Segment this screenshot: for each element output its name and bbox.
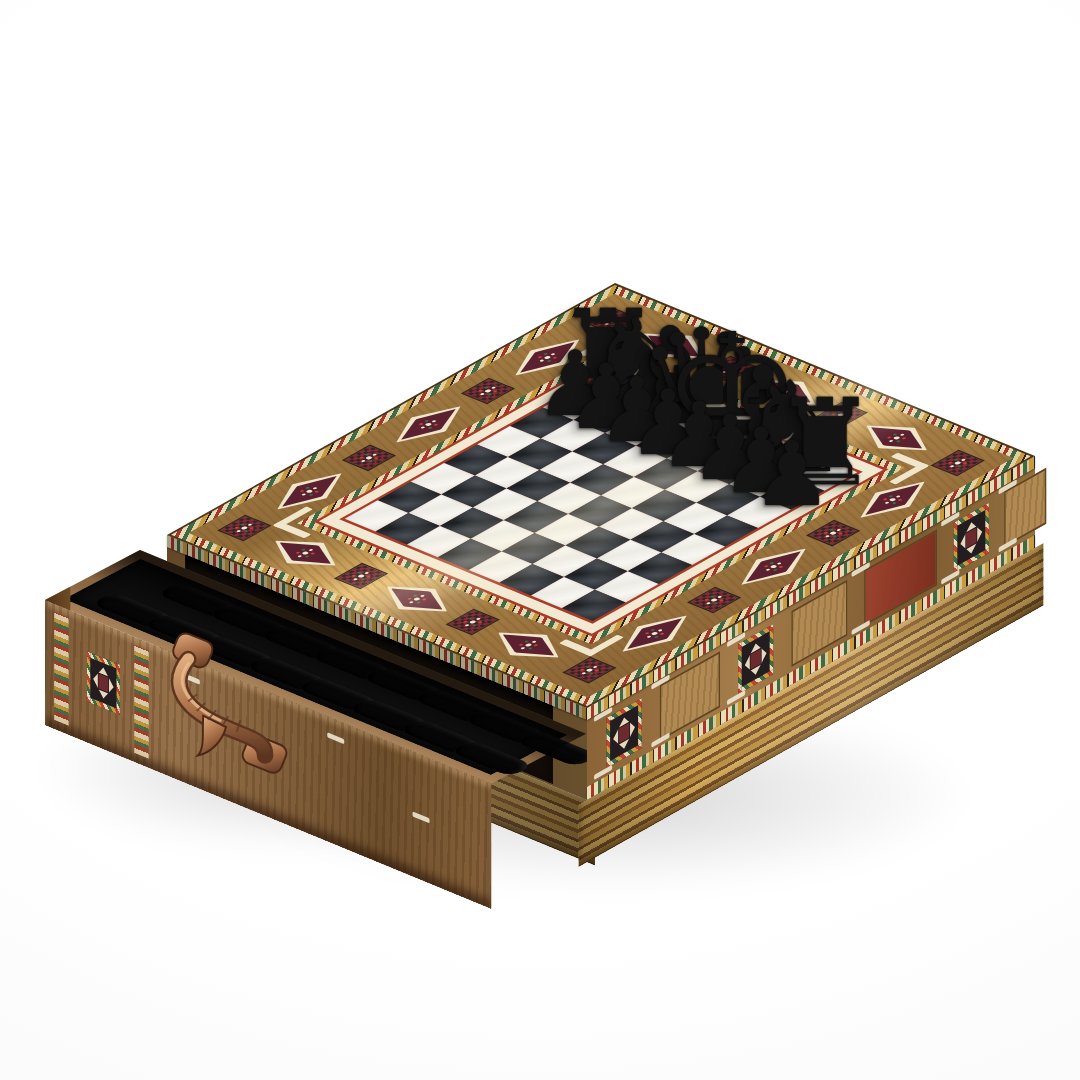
rosette-flower [710,598,718,602]
rosette-flower [413,597,421,601]
rosette-flower [424,422,432,426]
rosette-flower [893,436,901,440]
rosette-flower [543,355,551,359]
rosette-flower [469,620,477,624]
rosette-flower [837,413,845,417]
rosette-flower [305,489,313,493]
rosette-flower [365,456,373,460]
rosette-flower [484,389,492,393]
rosette-flower [524,643,532,647]
product-photo-scene: ♜♞♝♛♚♝♞♜♟♟♟♟♟♟♟♟ [0,0,1080,1080]
rosette-flower [357,574,365,578]
rosette-flower [829,531,837,535]
rosette-flower [781,390,789,394]
rosette-flower [585,668,593,672]
rosette-flower [770,565,778,569]
rosette-flower [608,319,616,323]
rosette-flower [240,526,248,530]
rosette-flower [954,461,962,465]
stripe-inlay [54,612,68,726]
rosette-flower [301,551,309,555]
rosette-flower [725,367,733,371]
rosette-flower [669,344,677,348]
rosette-flower [651,632,659,636]
rosette-flower [889,498,897,502]
